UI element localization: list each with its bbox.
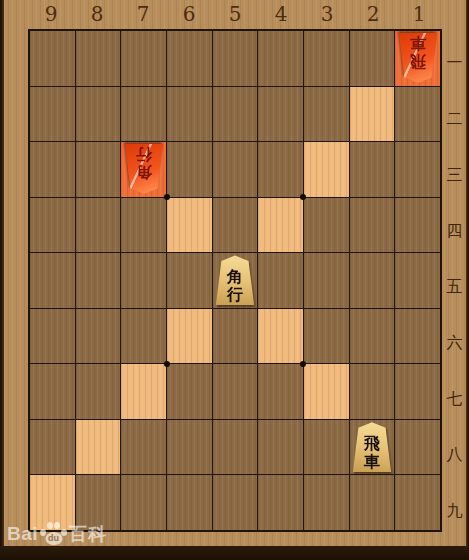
- file-label-6: 6: [166, 1, 212, 28]
- board-square-4a[interactable]: [258, 31, 303, 86]
- board-square-2e[interactable]: [350, 253, 395, 308]
- board-square-4b[interactable]: [258, 87, 303, 142]
- board-square-6d[interactable]: [167, 198, 212, 253]
- board-square-9f[interactable]: [30, 309, 75, 364]
- photo-edge-bottom: [0, 546, 469, 560]
- board-square-7i[interactable]: [121, 475, 166, 530]
- board-square-5e[interactable]: 角行: [213, 253, 258, 308]
- board-square-9d[interactable]: [30, 198, 75, 253]
- board-square-5b[interactable]: [213, 87, 258, 142]
- board-square-5f[interactable]: [213, 309, 258, 364]
- board-square-1g[interactable]: [395, 364, 440, 419]
- board-square-3g[interactable]: [304, 364, 349, 419]
- baidu-paw-icon: du: [40, 521, 67, 545]
- board-square-1a[interactable]: 飛車: [395, 31, 440, 86]
- watermark-baidu-baike: Bai du 百科: [7, 519, 107, 545]
- photo-edge-left: [0, 0, 4, 560]
- file-label-4: 4: [258, 1, 304, 28]
- board-square-6h[interactable]: [167, 420, 212, 475]
- board-square-9a[interactable]: [30, 31, 75, 86]
- board-square-9c[interactable]: [30, 142, 75, 197]
- board-square-9g[interactable]: [30, 364, 75, 419]
- board-square-8d[interactable]: [76, 198, 121, 253]
- board-square-2f[interactable]: [350, 309, 395, 364]
- board-square-6b[interactable]: [167, 87, 212, 142]
- rank-label-9: 九: [443, 476, 466, 532]
- board-square-8h[interactable]: [76, 420, 121, 475]
- board-square-1f[interactable]: [395, 309, 440, 364]
- board-square-3c[interactable]: [304, 142, 349, 197]
- board-square-6c[interactable]: [167, 142, 212, 197]
- board-square-4e[interactable]: [258, 253, 303, 308]
- board-square-4h[interactable]: [258, 420, 303, 475]
- board-square-6i[interactable]: [167, 475, 212, 530]
- board-square-3i[interactable]: [304, 475, 349, 530]
- board-square-2b[interactable]: [350, 87, 395, 142]
- rank-labels: 一 二 三 四 五 六 七 八 九: [443, 29, 466, 532]
- rank-label-7: 七: [443, 364, 466, 420]
- board-square-3e[interactable]: [304, 253, 349, 308]
- file-label-2: 2: [350, 1, 396, 28]
- shogi-piece-rook-gote[interactable]: 飛車: [398, 33, 438, 83]
- board-square-2i[interactable]: [350, 475, 395, 530]
- file-label-1: 1: [396, 1, 442, 28]
- board-square-7g[interactable]: [121, 364, 166, 419]
- board-square-4f[interactable]: [258, 309, 303, 364]
- watermark-brand-text: Bai: [7, 523, 38, 545]
- rank-label-1: 一: [443, 29, 466, 85]
- watermark-suffix-text: 百科: [69, 523, 107, 545]
- file-labels: 9 8 7 6 5 4 3 2 1: [28, 1, 442, 28]
- board-square-2c[interactable]: [350, 142, 395, 197]
- rank-label-3: 三: [443, 141, 466, 197]
- rank-label-6: 六: [443, 308, 466, 364]
- rank-label-5: 五: [443, 253, 466, 309]
- board-square-7b[interactable]: [121, 87, 166, 142]
- board-square-1b[interactable]: [395, 87, 440, 142]
- board-square-7h[interactable]: [121, 420, 166, 475]
- file-label-9: 9: [28, 1, 74, 28]
- board-square-1i[interactable]: [395, 475, 440, 530]
- board-square-8f[interactable]: [76, 309, 121, 364]
- board-square-1c[interactable]: [395, 142, 440, 197]
- board-square-1d[interactable]: [395, 198, 440, 253]
- shogi-piece-rook-sente[interactable]: 飛車: [352, 422, 392, 472]
- board-square-9h[interactable]: [30, 420, 75, 475]
- board-square-3h[interactable]: [304, 420, 349, 475]
- board-square-5d[interactable]: [213, 198, 258, 253]
- rank-label-8: 八: [443, 420, 466, 476]
- board-square-5a[interactable]: [213, 31, 258, 86]
- shogi-movement-diagram: 9 8 7 6 5 4 3 2 1 飛車角行角行飛車 一 二 三 四 五 六 七…: [0, 0, 469, 560]
- file-label-7: 7: [120, 1, 166, 28]
- star-point: [164, 361, 170, 367]
- board-square-6f[interactable]: [167, 309, 212, 364]
- board-square-7d[interactable]: [121, 198, 166, 253]
- board-square-2d[interactable]: [350, 198, 395, 253]
- board-square-4d[interactable]: [258, 198, 303, 253]
- rank-label-2: 二: [443, 85, 466, 141]
- board-square-4g[interactable]: [258, 364, 303, 419]
- board-square-2a[interactable]: [350, 31, 395, 86]
- star-point: [164, 194, 170, 200]
- board-square-7a[interactable]: [121, 31, 166, 86]
- board-square-2h[interactable]: 飛車: [350, 420, 395, 475]
- board-square-8a[interactable]: [76, 31, 121, 86]
- board-square-7c[interactable]: 角行: [121, 142, 166, 197]
- board-square-6a[interactable]: [167, 31, 212, 86]
- board-square-8c[interactable]: [76, 142, 121, 197]
- board-square-9e[interactable]: [30, 253, 75, 308]
- board-square-1e[interactable]: [395, 253, 440, 308]
- board-square-7f[interactable]: [121, 309, 166, 364]
- file-label-3: 3: [304, 1, 350, 28]
- board-square-8g[interactable]: [76, 364, 121, 419]
- board-square-1h[interactable]: [395, 420, 440, 475]
- file-label-5: 5: [212, 1, 258, 28]
- board-square-5h[interactable]: [213, 420, 258, 475]
- board-square-8b[interactable]: [76, 87, 121, 142]
- board-square-9b[interactable]: [30, 87, 75, 142]
- rank-label-4: 四: [443, 197, 466, 253]
- board-square-3d[interactable]: [304, 198, 349, 253]
- board-square-6e[interactable]: [167, 253, 212, 308]
- board-square-3f[interactable]: [304, 309, 349, 364]
- board-square-5g[interactable]: [213, 364, 258, 419]
- board-square-5c[interactable]: [213, 142, 258, 197]
- shogi-board: 飛車角行角行飛車: [28, 29, 442, 532]
- file-label-8: 8: [74, 1, 120, 28]
- star-point: [300, 194, 306, 200]
- board-square-3b[interactable]: [304, 87, 349, 142]
- board-square-4c[interactable]: [258, 142, 303, 197]
- board-square-2g[interactable]: [350, 364, 395, 419]
- board-square-6g[interactable]: [167, 364, 212, 419]
- board-square-3a[interactable]: [304, 31, 349, 86]
- board-square-5i[interactable]: [213, 475, 258, 530]
- watermark-du-text: du: [48, 533, 59, 544]
- board-square-4i[interactable]: [258, 475, 303, 530]
- shogi-piece-bishop-sente[interactable]: 角行: [215, 255, 255, 305]
- board-square-8e[interactable]: [76, 253, 121, 308]
- board-square-7e[interactable]: [121, 253, 166, 308]
- shogi-piece-bishop-gote[interactable]: 角行: [124, 144, 164, 194]
- star-point: [300, 361, 306, 367]
